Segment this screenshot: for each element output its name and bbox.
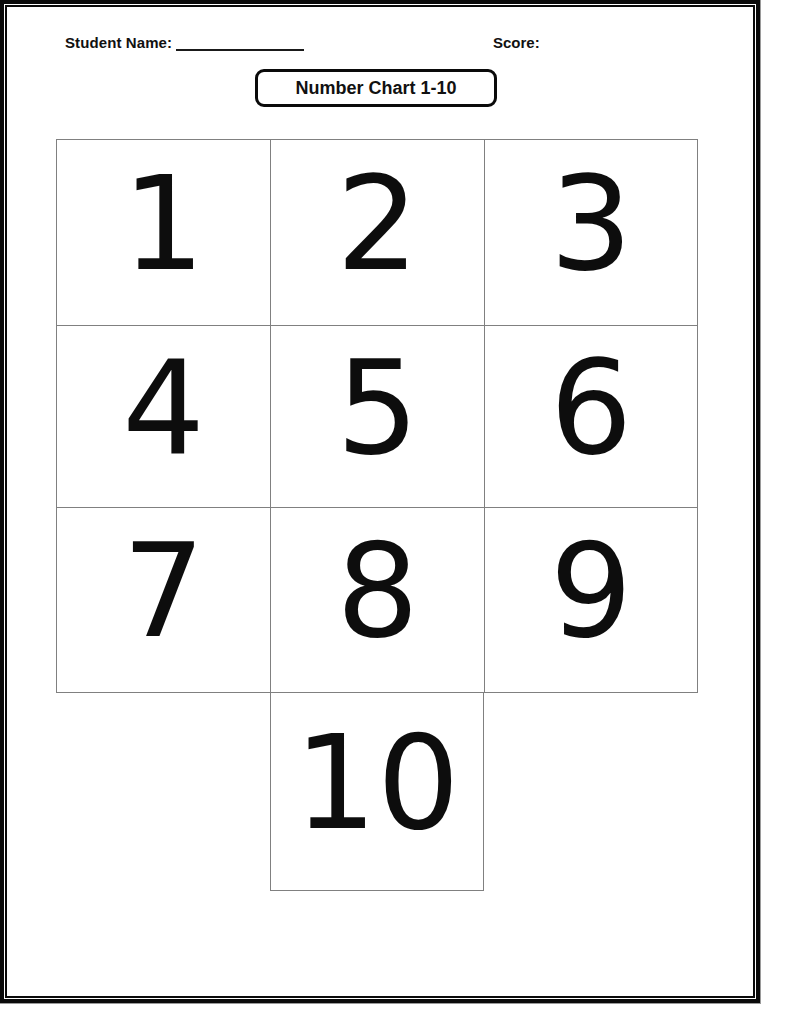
number-4: 4 [122, 343, 205, 473]
cell-7: 7 [56, 507, 270, 693]
cell-4: 4 [56, 325, 270, 507]
cell-1: 1 [56, 139, 270, 325]
number-5: 5 [336, 343, 419, 473]
number-1: 1 [122, 159, 205, 289]
cell-10: 10 [270, 693, 484, 891]
number-6: 6 [550, 343, 633, 473]
number-3: 3 [550, 159, 633, 289]
page-frame-outer: Student Name: Score: Number Chart 1-10 1… [0, 0, 760, 1003]
number-9: 9 [550, 526, 633, 656]
title-box: Number Chart 1-10 [255, 69, 497, 107]
student-name-blank-line [176, 36, 304, 51]
cell-5: 5 [270, 325, 484, 507]
student-name-row: Student Name: [65, 34, 304, 51]
number-grid: 1 2 3 4 5 6 7 8 9 10 [56, 139, 698, 891]
number-7: 7 [122, 526, 205, 656]
score-label: Score: [493, 34, 540, 51]
student-name-label: Student Name: [65, 34, 172, 51]
cell-6: 6 [484, 325, 698, 507]
cell-9: 9 [484, 507, 698, 693]
number-10: 10 [294, 718, 459, 848]
number-2: 2 [336, 159, 419, 289]
number-8: 8 [336, 526, 419, 656]
page-frame-inner: Student Name: Score: Number Chart 1-10 1… [5, 5, 755, 998]
cell-2: 2 [270, 139, 484, 325]
worksheet-title: Number Chart 1-10 [295, 78, 456, 99]
cell-3: 3 [484, 139, 698, 325]
cell-8: 8 [270, 507, 484, 693]
worksheet-page: Student Name: Score: Number Chart 1-10 1… [0, 0, 790, 1024]
